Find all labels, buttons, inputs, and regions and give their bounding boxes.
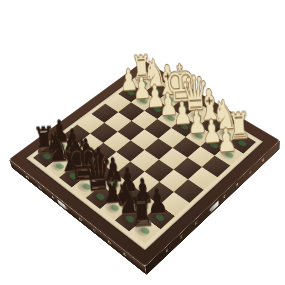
board-inner-border: ♜♞♝♚♛♝♞♜♟♟♟♟♟♟♟♟♟♟♟♟♟♟♟♟♜♞♝♚♛♝♞♜ (26, 70, 263, 250)
camera-tilt: ♜♞♝♚♛♝♞♜♟♟♟♟♟♟♟♟♟♟♟♟♟♟♟♟♜♞♝♚♛♝♞♜ HGFEDCB… (0, 0, 285, 285)
chess-board: ♜♞♝♚♛♝♞♜♟♟♟♟♟♟♟♟♟♟♟♟♟♟♟♟♜♞♝♚♛♝♞♜ HGFEDCB… (9, 60, 280, 266)
white-pawn[interactable]: ♟ (195, 122, 259, 158)
black-rook[interactable]: ♜ (107, 190, 177, 234)
perspective-wrapper: ♜♞♝♚♛♝♞♜♟♟♟♟♟♟♟♟♟♟♟♟♟♟♟♟♜♞♝♚♛♝♞♜ HGFEDCB… (0, 0, 285, 285)
photo-background: ♜♞♝♚♛♝♞♜♟♟♟♟♟♟♟♟♟♟♟♟♟♟♟♟♜♞♝♚♛♝♞♜ HGFEDCB… (0, 0, 285, 285)
square-d4[interactable] (145, 139, 173, 160)
board-frame: ♜♞♝♚♛♝♞♜♟♟♟♟♟♟♟♟♟♟♟♟♟♟♟♟♜♞♝♚♛♝♞♜ (9, 60, 280, 266)
square-a8[interactable]: ♜ (130, 218, 161, 243)
board-grid: ♜♞♝♚♛♝♞♜♟♟♟♟♟♟♟♟♟♟♟♟♟♟♟♟♜♞♝♚♛♝♞♜ (33, 75, 256, 244)
